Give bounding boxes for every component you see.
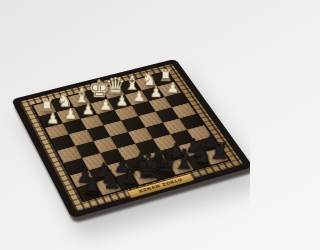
black-rook[interactable]: ♜ bbox=[82, 176, 103, 197]
white-pawn[interactable]: ♟ bbox=[166, 81, 179, 94]
white-pawn[interactable]: ♟ bbox=[116, 94, 129, 107]
white-pawn[interactable]: ♟ bbox=[82, 103, 95, 116]
white-pawn[interactable]: ♟ bbox=[64, 107, 77, 120]
white-pawn[interactable]: ♟ bbox=[133, 90, 146, 103]
white-pawn[interactable]: ♟ bbox=[150, 85, 163, 98]
chess-board: ♜♞♝♚♛♝♞♜♟♟♟♟♟♟♟♟♟♟♟♟♟♟♟♟♜♞♝♚♛♝♞♜ KENAN Z… bbox=[11, 59, 250, 219]
white-pawn[interactable]: ♟ bbox=[47, 112, 60, 125]
product-photo: ♜♞♝♚♛♝♞♜♟♟♟♟♟♟♟♟♟♟♟♟♟♟♟♟♜♞♝♚♛♝♞♜ KENAN Z… bbox=[0, 0, 250, 250]
white-pawn[interactable]: ♟ bbox=[99, 98, 112, 111]
black-knight[interactable]: ♞ bbox=[100, 169, 123, 192]
